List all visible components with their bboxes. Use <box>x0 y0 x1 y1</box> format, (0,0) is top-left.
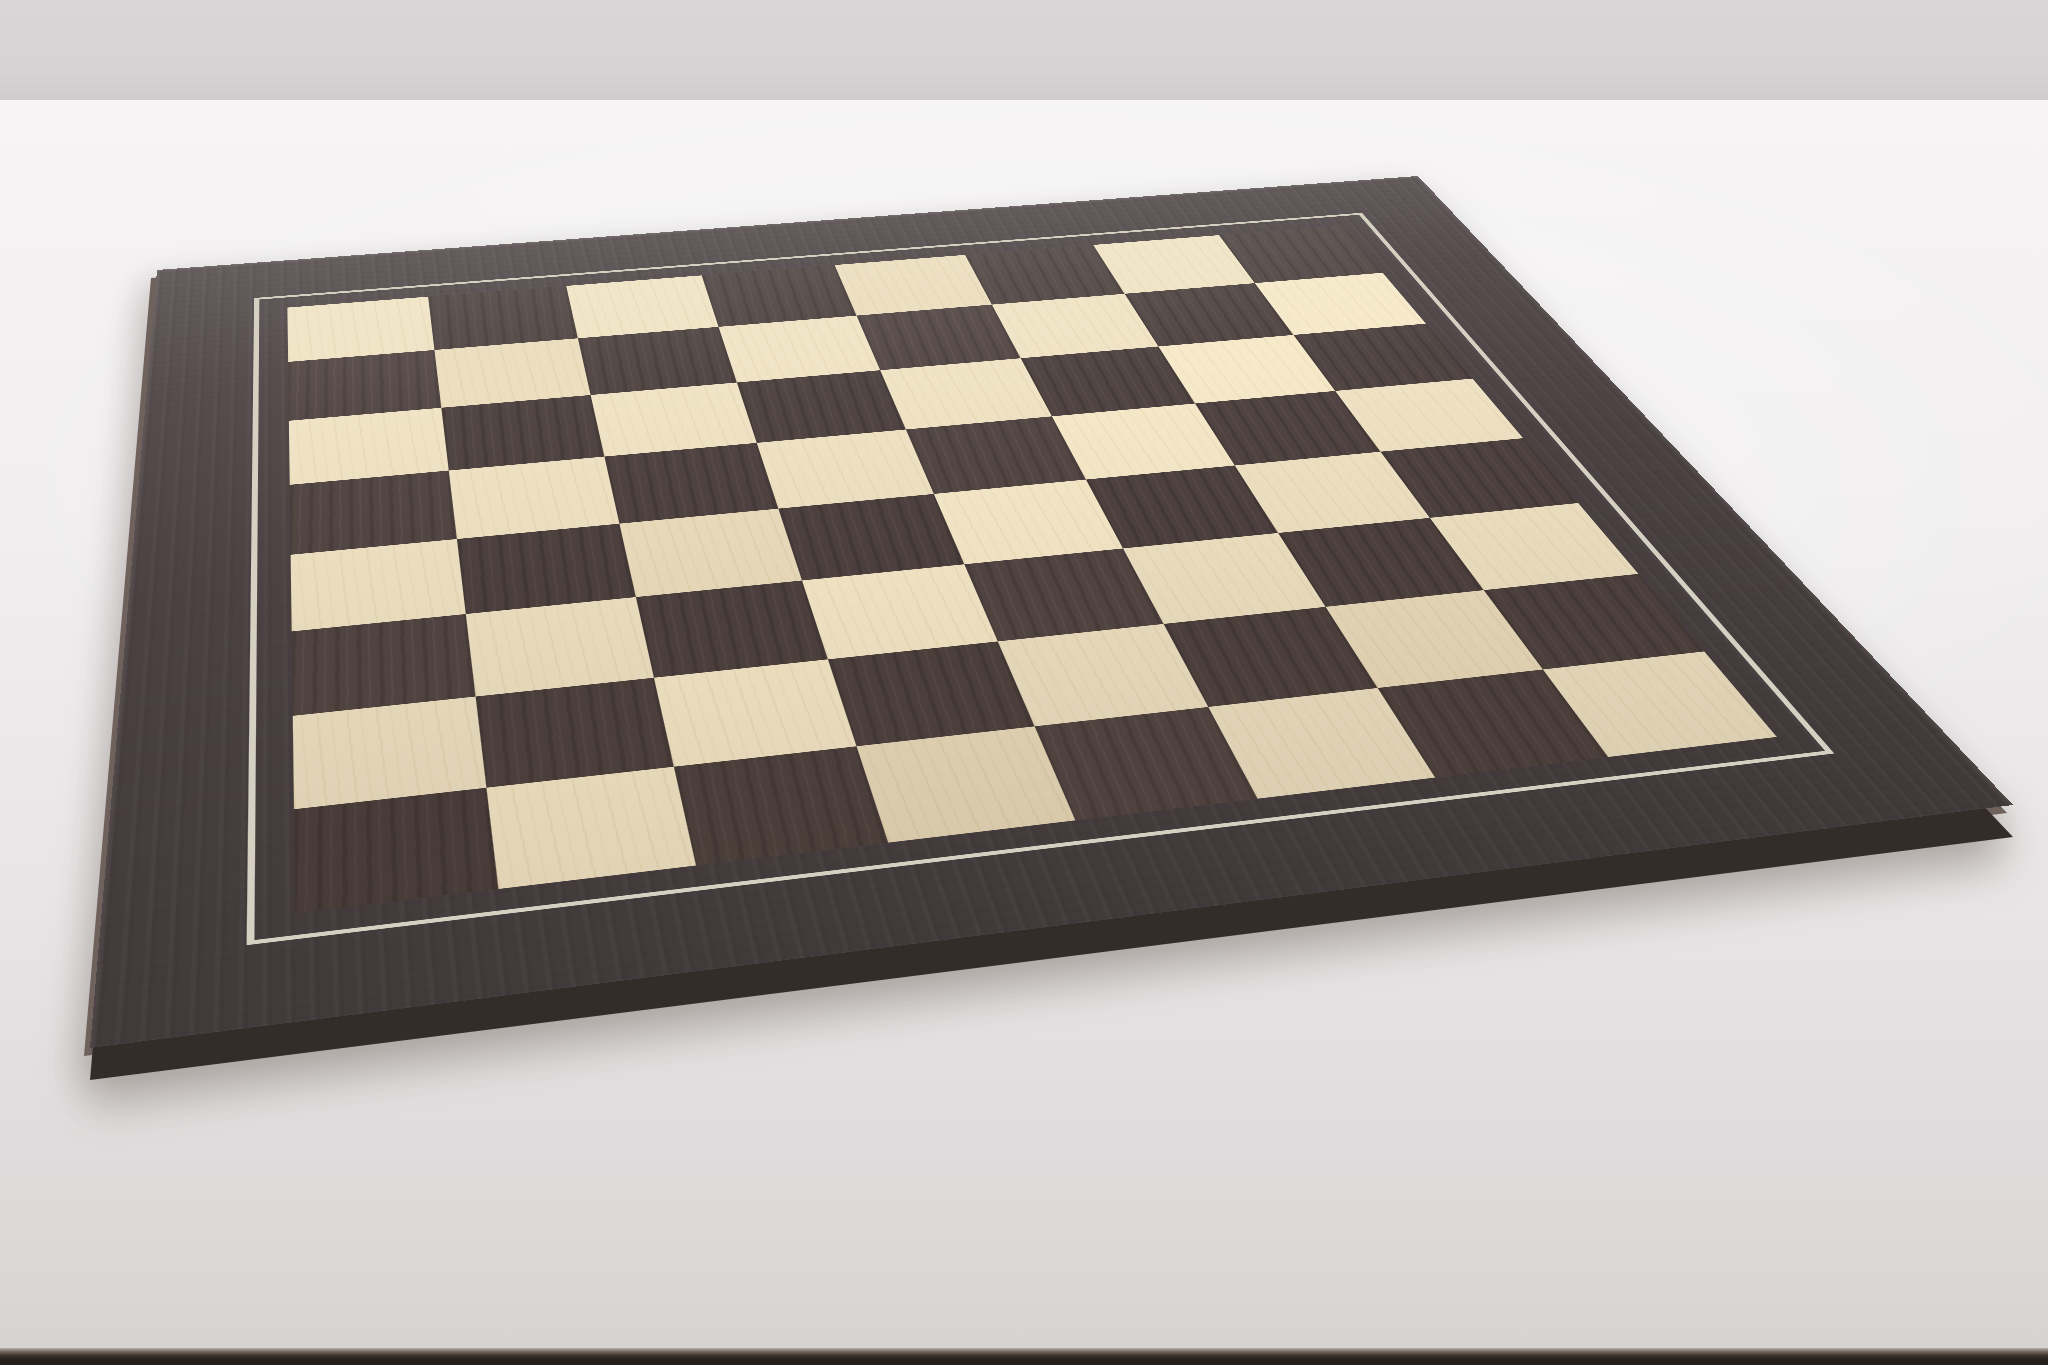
table-front-edge <box>0 1348 2048 1365</box>
playing-field <box>287 226 1776 914</box>
background-wall <box>0 0 2048 100</box>
